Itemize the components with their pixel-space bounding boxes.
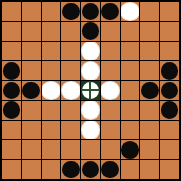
- black-attacker-stone[interactable]: [82, 3, 100, 21]
- white-defender-stone[interactable]: [101, 82, 119, 100]
- cell-r3c2[interactable]: [22, 42, 41, 61]
- cell-r7c5[interactable]: [81, 121, 100, 140]
- black-attacker-stone[interactable]: [3, 82, 21, 100]
- cell-r7c7[interactable]: [121, 121, 140, 140]
- cell-r4c3[interactable]: [42, 61, 61, 80]
- cell-r9c7[interactable]: [121, 160, 140, 179]
- throne-cross-horizontal-icon: [81, 89, 100, 91]
- cell-r8c1[interactable]: [2, 140, 21, 159]
- cell-r4c2[interactable]: [22, 61, 41, 80]
- black-attacker-stone[interactable]: [121, 141, 139, 159]
- cell-r2c5[interactable]: [81, 22, 100, 41]
- cell-r2c4[interactable]: [61, 22, 80, 41]
- cell-r6c5[interactable]: [81, 101, 100, 120]
- cell-r5c7[interactable]: [121, 81, 140, 100]
- white-defender-stone[interactable]: [121, 3, 139, 21]
- black-attacker-stone[interactable]: [82, 161, 100, 179]
- cell-r3c4[interactable]: [61, 42, 80, 61]
- cell-r6c1[interactable]: [2, 101, 21, 120]
- cell-r7c1[interactable]: [2, 121, 21, 140]
- cell-r2c2[interactable]: [22, 22, 41, 41]
- cell-r8c7[interactable]: [121, 140, 140, 159]
- cell-r8c6[interactable]: [101, 140, 120, 159]
- cell-r8c5[interactable]: [81, 140, 100, 159]
- cell-r9c4[interactable]: [61, 160, 80, 179]
- cell-r5c4[interactable]: [61, 81, 80, 100]
- black-attacker-stone[interactable]: [3, 101, 21, 119]
- cell-r1c5[interactable]: [81, 2, 100, 21]
- cell-r8c9[interactable]: [160, 140, 179, 159]
- white-defender-stone[interactable]: [42, 82, 60, 100]
- cell-r9c1[interactable]: [2, 160, 21, 179]
- cell-r5c1[interactable]: [2, 81, 21, 100]
- white-defender-stone[interactable]: [82, 62, 100, 80]
- cell-r7c6[interactable]: [101, 121, 120, 140]
- cell-r7c9[interactable]: [160, 121, 179, 140]
- black-attacker-stone[interactable]: [161, 82, 179, 100]
- black-attacker-stone[interactable]: [141, 82, 159, 100]
- black-attacker-stone[interactable]: [3, 62, 21, 80]
- black-attacker-stone[interactable]: [82, 22, 100, 40]
- cell-r8c3[interactable]: [42, 140, 61, 159]
- cell-r5c3[interactable]: [42, 81, 61, 100]
- cell-r2c3[interactable]: [42, 22, 61, 41]
- cell-r5c8[interactable]: [140, 81, 159, 100]
- cell-r3c8[interactable]: [140, 42, 159, 61]
- cell-r7c4[interactable]: [61, 121, 80, 140]
- black-attacker-stone[interactable]: [101, 3, 119, 21]
- white-defender-stone[interactable]: [82, 101, 100, 119]
- cell-r2c9[interactable]: [160, 22, 179, 41]
- cell-r4c6[interactable]: [101, 61, 120, 80]
- cell-r1c2[interactable]: [22, 2, 41, 21]
- cell-r2c1[interactable]: [2, 22, 21, 41]
- throne-cell-r5c5[interactable]: [81, 81, 100, 100]
- cell-r4c8[interactable]: [140, 61, 159, 80]
- cell-r2c6[interactable]: [101, 22, 120, 41]
- cell-r4c4[interactable]: [61, 61, 80, 80]
- cell-r6c9[interactable]: [160, 101, 179, 120]
- cell-r1c9[interactable]: [160, 2, 179, 21]
- cell-r7c2[interactable]: [22, 121, 41, 140]
- white-defender-stone[interactable]: [82, 42, 100, 60]
- black-attacker-stone[interactable]: [62, 161, 80, 179]
- cell-r9c2[interactable]: [22, 160, 41, 179]
- cell-r1c6[interactable]: [101, 2, 120, 21]
- black-attacker-stone[interactable]: [22, 82, 40, 100]
- cell-r9c9[interactable]: [160, 160, 179, 179]
- cell-r7c8[interactable]: [140, 121, 159, 140]
- white-defender-stone[interactable]: [82, 121, 100, 139]
- cell-r7c3[interactable]: [42, 121, 61, 140]
- cell-r1c3[interactable]: [42, 2, 61, 21]
- cell-r3c6[interactable]: [101, 42, 120, 61]
- cell-r9c3[interactable]: [42, 160, 61, 179]
- cell-r1c4[interactable]: [61, 2, 80, 21]
- cell-r6c2[interactable]: [22, 101, 41, 120]
- tablut-board: [0, 0, 181, 181]
- cell-r4c1[interactable]: [2, 61, 21, 80]
- cell-r5c9[interactable]: [160, 81, 179, 100]
- cell-r6c7[interactable]: [121, 101, 140, 120]
- cell-r9c8[interactable]: [140, 160, 159, 179]
- cell-r8c2[interactable]: [22, 140, 41, 159]
- cell-r4c5[interactable]: [81, 61, 100, 80]
- cell-r3c1[interactable]: [2, 42, 21, 61]
- cell-r1c8[interactable]: [140, 2, 159, 21]
- white-defender-stone[interactable]: [62, 82, 80, 100]
- cell-r5c2[interactable]: [22, 81, 41, 100]
- cell-r1c7[interactable]: [121, 2, 140, 21]
- cell-r6c3[interactable]: [42, 101, 61, 120]
- cell-r3c3[interactable]: [42, 42, 61, 61]
- cell-r1c1[interactable]: [2, 2, 21, 21]
- cell-r6c4[interactable]: [61, 101, 80, 120]
- black-attacker-stone[interactable]: [161, 62, 179, 80]
- cell-r5c6[interactable]: [101, 81, 120, 100]
- cell-r6c8[interactable]: [140, 101, 159, 120]
- cell-r3c5[interactable]: [81, 42, 100, 61]
- cell-r8c8[interactable]: [140, 140, 159, 159]
- cell-r6c6[interactable]: [101, 101, 120, 120]
- cell-r4c9[interactable]: [160, 61, 179, 80]
- cell-r2c7[interactable]: [121, 22, 140, 41]
- cell-r4c7[interactable]: [121, 61, 140, 80]
- cell-r3c9[interactable]: [160, 42, 179, 61]
- black-attacker-stone[interactable]: [101, 161, 119, 179]
- black-attacker-stone[interactable]: [161, 101, 179, 119]
- cell-r8c4[interactable]: [61, 140, 80, 159]
- black-attacker-stone[interactable]: [62, 3, 80, 21]
- cell-r3c7[interactable]: [121, 42, 140, 61]
- cell-r2c8[interactable]: [140, 22, 159, 41]
- cell-r9c6[interactable]: [101, 160, 120, 179]
- cell-r9c5[interactable]: [81, 160, 100, 179]
